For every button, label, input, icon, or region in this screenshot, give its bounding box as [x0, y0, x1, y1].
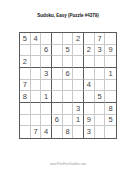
- sudoku-cell-r7c9[interactable]: 8: [105, 103, 116, 115]
- sudoku-cell-r9c6[interactable]: [73, 126, 84, 138]
- sudoku-cell-r1c5[interactable]: [63, 33, 74, 45]
- sudoku-cell-r5c2[interactable]: [31, 80, 42, 92]
- sudoku-cell-r7c1[interactable]: [20, 103, 31, 115]
- sudoku-cell-r2c6[interactable]: [73, 45, 84, 57]
- sudoku-cell-r3c5[interactable]: [63, 56, 74, 68]
- sudoku-cell-r3c7[interactable]: [84, 56, 95, 68]
- sudoku-cell-r8c3[interactable]: [41, 115, 52, 127]
- sudoku-cell-r2c2[interactable]: [31, 45, 42, 57]
- sudoku-cell-r2c8[interactable]: 3: [95, 45, 106, 57]
- sudoku-cell-r6c5[interactable]: [63, 91, 74, 103]
- sudoku-cell-r1c9[interactable]: [105, 33, 116, 45]
- sudoku-cell-r7c6[interactable]: 3: [73, 103, 84, 115]
- sudoku-cell-r8c2[interactable]: [31, 115, 42, 127]
- sudoku-cell-r4c9[interactable]: 1: [105, 68, 116, 80]
- sudoku-cell-r9c7[interactable]: 3: [84, 126, 95, 138]
- sudoku-cell-r4c8[interactable]: [95, 68, 106, 80]
- sudoku-cell-r2c7[interactable]: 2: [84, 45, 95, 57]
- sudoku-cell-r4c2[interactable]: [31, 68, 42, 80]
- sudoku-cell-r4c3[interactable]: 3: [41, 68, 52, 80]
- sudoku-cell-r9c1[interactable]: [20, 126, 31, 138]
- sudoku-cell-r1c1[interactable]: 5: [20, 33, 31, 45]
- sudoku-cell-r6c6[interactable]: [73, 91, 84, 103]
- sudoku-cell-r9c3[interactable]: 4: [41, 126, 52, 138]
- sudoku-cell-r5c5[interactable]: [63, 80, 74, 92]
- page-title: Sudoku, Easy (Puzzle #4379): [0, 13, 136, 19]
- puzzle-page: Sudoku, Easy (Puzzle #4379) 542765239236…: [0, 0, 136, 176]
- sudoku-cell-r1c4[interactable]: [52, 33, 63, 45]
- sudoku-cell-r9c8[interactable]: [95, 126, 106, 138]
- sudoku-cell-r9c2[interactable]: 7: [31, 126, 42, 138]
- sudoku-cell-r3c4[interactable]: [52, 56, 63, 68]
- sudoku-cell-r6c3[interactable]: 1: [41, 91, 52, 103]
- sudoku-cell-r2c5[interactable]: 5: [63, 45, 74, 57]
- sudoku-cell-r2c1[interactable]: [20, 45, 31, 57]
- sudoku-cell-r1c2[interactable]: 4: [31, 33, 42, 45]
- sudoku-cell-r5c9[interactable]: [105, 80, 116, 92]
- sudoku-cell-r4c7[interactable]: [84, 68, 95, 80]
- sudoku-cell-r5c8[interactable]: [95, 80, 106, 92]
- sudoku-cell-r6c8[interactable]: 5: [95, 91, 106, 103]
- sudoku-cell-r1c8[interactable]: 7: [95, 33, 106, 45]
- sudoku-cell-r2c3[interactable]: 6: [41, 45, 52, 57]
- sudoku-cell-r6c7[interactable]: [84, 91, 95, 103]
- sudoku-cell-r3c2[interactable]: [31, 56, 42, 68]
- sudoku-cell-r5c3[interactable]: [41, 80, 52, 92]
- sudoku-cell-r7c2[interactable]: [31, 103, 42, 115]
- sudoku-cell-r1c7[interactable]: [84, 33, 95, 45]
- footer-url: www.PrintFreeSudoku.com: [0, 162, 136, 166]
- sudoku-cell-r7c5[interactable]: [63, 103, 74, 115]
- sudoku-cell-r3c9[interactable]: [105, 56, 116, 68]
- sudoku-cell-r3c8[interactable]: [95, 56, 106, 68]
- sudoku-cell-r8c5[interactable]: [63, 115, 74, 127]
- sudoku-board: 5427652392361748153861957483: [19, 32, 117, 139]
- sudoku-cell-r6c4[interactable]: [52, 91, 63, 103]
- sudoku-cell-r4c5[interactable]: 6: [63, 68, 74, 80]
- sudoku-cell-r7c3[interactable]: [41, 103, 52, 115]
- sudoku-cell-r6c1[interactable]: 8: [20, 91, 31, 103]
- sudoku-cell-r8c1[interactable]: [20, 115, 31, 127]
- sudoku-cell-r3c3[interactable]: [41, 56, 52, 68]
- sudoku-cell-r5c4[interactable]: [52, 80, 63, 92]
- sudoku-cell-r7c4[interactable]: [52, 103, 63, 115]
- sudoku-cell-r1c6[interactable]: 2: [73, 33, 84, 45]
- sudoku-cell-r7c8[interactable]: [95, 103, 106, 115]
- sudoku-cell-r3c6[interactable]: [73, 56, 84, 68]
- sudoku-cell-r2c4[interactable]: [52, 45, 63, 57]
- sudoku-cell-r9c4[interactable]: [52, 126, 63, 138]
- sudoku-cell-r5c1[interactable]: 7: [20, 80, 31, 92]
- sudoku-cell-r4c1[interactable]: [20, 68, 31, 80]
- sudoku-cell-r8c4[interactable]: 6: [52, 115, 63, 127]
- sudoku-cell-r8c7[interactable]: 9: [84, 115, 95, 127]
- sudoku-cell-r8c6[interactable]: 1: [73, 115, 84, 127]
- sudoku-cell-r6c9[interactable]: [105, 91, 116, 103]
- sudoku-cell-r9c5[interactable]: 8: [63, 126, 74, 138]
- sudoku-cell-r5c6[interactable]: [73, 80, 84, 92]
- sudoku-cell-r7c7[interactable]: [84, 103, 95, 115]
- sudoku-cell-r6c2[interactable]: [31, 91, 42, 103]
- sudoku-cell-r1c3[interactable]: [41, 33, 52, 45]
- sudoku-cell-r8c9[interactable]: 5: [105, 115, 116, 127]
- sudoku-cell-r2c9[interactable]: 9: [105, 45, 116, 57]
- sudoku-cell-r9c9[interactable]: [105, 126, 116, 138]
- sudoku-cell-r8c8[interactable]: [95, 115, 106, 127]
- sudoku-cell-r5c7[interactable]: 4: [84, 80, 95, 92]
- sudoku-cell-r4c6[interactable]: [73, 68, 84, 80]
- sudoku-cell-r4c4[interactable]: [52, 68, 63, 80]
- sudoku-cell-r3c1[interactable]: 2: [20, 56, 31, 68]
